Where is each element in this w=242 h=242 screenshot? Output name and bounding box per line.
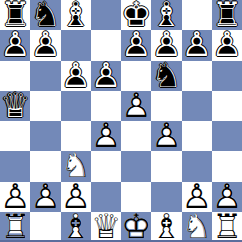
black-pawn: ♟♙ (182, 30, 212, 60)
square-g6[interactable] (182, 61, 212, 91)
white-knight: ♞♘ (61, 151, 91, 181)
square-a5[interactable]: ♛♕ (0, 91, 30, 121)
square-b7[interactable]: ♟♙ (30, 30, 60, 60)
square-e2[interactable] (121, 182, 151, 212)
black-bishop: ♝♗ (151, 0, 181, 30)
white-pawn: ♟♙ (182, 182, 212, 212)
square-c5[interactable] (61, 91, 91, 121)
piece-outline: ♘ (181, 209, 211, 242)
piece-outline: ♙ (91, 118, 121, 152)
square-g1[interactable]: ♞♘ (182, 212, 212, 242)
black-king: ♚♔ (121, 0, 151, 30)
piece-outline: ♙ (60, 179, 90, 213)
piece-outline: ♔ (121, 0, 151, 31)
piece-body: ♟ (151, 27, 181, 61)
white-knight: ♞♘ (182, 212, 212, 242)
piece-body: ♜ (0, 0, 30, 31)
piece-outline: ♙ (181, 27, 211, 61)
square-a7[interactable]: ♟♙ (0, 30, 30, 60)
piece-outline: ♙ (0, 27, 30, 61)
white-pawn: ♟♙ (151, 121, 181, 151)
piece-body: ♟ (60, 179, 90, 213)
white-pawn: ♟♙ (91, 121, 121, 151)
piece-body: ♚ (121, 0, 151, 31)
square-b4[interactable] (30, 121, 60, 151)
piece-outline: ♙ (91, 58, 121, 92)
piece-body: ♝ (60, 0, 90, 31)
black-knight: ♞♘ (30, 0, 60, 30)
piece-outline: ♙ (181, 179, 211, 213)
piece-outline: ♘ (151, 58, 181, 92)
square-h1[interactable]: ♜♖ (212, 212, 242, 242)
square-f6[interactable]: ♞♘ (151, 61, 181, 91)
square-b6[interactable] (30, 61, 60, 91)
square-h4[interactable] (212, 121, 242, 151)
square-d1[interactable]: ♛♕ (91, 212, 121, 242)
square-h2[interactable]: ♟♙ (212, 182, 242, 212)
square-a8[interactable]: ♜♖ (0, 0, 30, 30)
square-g7[interactable]: ♟♙ (182, 30, 212, 60)
square-b3[interactable] (30, 151, 60, 181)
square-f5[interactable] (151, 91, 181, 121)
piece-outline: ♗ (60, 209, 90, 242)
square-d5[interactable] (91, 91, 121, 121)
piece-outline: ♙ (121, 27, 151, 61)
square-g2[interactable]: ♟♙ (182, 182, 212, 212)
black-rook: ♜♖ (0, 0, 30, 30)
black-pawn: ♟♙ (121, 30, 151, 60)
piece-body: ♟ (181, 27, 211, 61)
piece-body: ♝ (60, 209, 90, 242)
square-e7[interactable]: ♟♙ (121, 30, 151, 60)
piece-outline: ♙ (151, 27, 181, 61)
piece-outline: ♙ (30, 179, 60, 213)
white-pawn: ♟♙ (0, 182, 30, 212)
piece-body: ♟ (30, 27, 60, 61)
square-f7[interactable]: ♟♙ (151, 30, 181, 60)
piece-body: ♟ (0, 179, 30, 213)
square-c4[interactable] (61, 121, 91, 151)
piece-outline: ♗ (151, 0, 181, 31)
square-c7[interactable] (61, 30, 91, 60)
square-e3[interactable] (121, 151, 151, 181)
piece-body: ♟ (60, 58, 90, 92)
white-king: ♚♔ (121, 212, 151, 242)
white-pawn: ♟♙ (212, 182, 242, 212)
black-pawn: ♟♙ (61, 61, 91, 91)
square-c3[interactable]: ♞♘ (61, 151, 91, 181)
square-d4[interactable]: ♟♙ (91, 121, 121, 151)
piece-outline: ♙ (0, 179, 30, 213)
square-d7[interactable] (91, 30, 121, 60)
square-g4[interactable] (182, 121, 212, 151)
chess-board: ♜♖♞♘♝♗♚♔♝♗♜♖♟♙♟♙♟♙♟♙♟♙♟♙♟♙♟♙♞♘♛♕♟♙♟♙♟♙♞♘… (0, 0, 242, 242)
square-a6[interactable] (0, 61, 30, 91)
square-g5[interactable] (182, 91, 212, 121)
piece-body: ♜ (0, 209, 30, 242)
square-h3[interactable] (212, 151, 242, 181)
square-c1[interactable]: ♝♗ (61, 212, 91, 242)
piece-body: ♞ (30, 0, 60, 31)
square-a1[interactable]: ♜♖ (0, 212, 30, 242)
white-pawn: ♟♙ (121, 91, 151, 121)
piece-body: ♟ (121, 27, 151, 61)
square-b2[interactable]: ♟♙ (30, 182, 60, 212)
square-f3[interactable] (151, 151, 181, 181)
square-b1[interactable] (30, 212, 60, 242)
piece-body: ♟ (212, 179, 242, 213)
piece-body: ♚ (121, 209, 151, 242)
black-pawn: ♟♙ (91, 61, 121, 91)
piece-body: ♞ (60, 148, 90, 182)
black-knight: ♞♘ (151, 61, 181, 91)
piece-outline: ♙ (212, 179, 242, 213)
square-c2[interactable]: ♟♙ (61, 182, 91, 212)
piece-outline: ♗ (60, 0, 90, 31)
piece-body: ♜ (212, 0, 242, 31)
piece-body: ♟ (121, 88, 151, 122)
square-c6[interactable]: ♟♙ (61, 61, 91, 91)
piece-outline: ♕ (91, 209, 121, 242)
piece-body: ♟ (0, 27, 30, 61)
piece-body: ♝ (151, 209, 181, 242)
piece-outline: ♙ (121, 88, 151, 122)
piece-outline: ♖ (212, 209, 242, 242)
square-h7[interactable]: ♟♙ (212, 30, 242, 60)
black-pawn: ♟♙ (212, 30, 242, 60)
piece-outline: ♕ (0, 88, 30, 122)
piece-body: ♟ (151, 118, 181, 152)
black-queen: ♛♕ (0, 91, 30, 121)
square-h8[interactable]: ♜♖ (212, 0, 242, 30)
piece-body: ♟ (91, 58, 121, 92)
piece-outline: ♘ (60, 148, 90, 182)
square-h6[interactable] (212, 61, 242, 91)
piece-body: ♟ (30, 179, 60, 213)
square-e5[interactable]: ♟♙ (121, 91, 151, 121)
piece-outline: ♘ (30, 0, 60, 31)
piece-outline: ♖ (0, 209, 30, 242)
square-f8[interactable]: ♝♗ (151, 0, 181, 30)
white-bishop: ♝♗ (61, 212, 91, 242)
square-f2[interactable] (151, 182, 181, 212)
piece-outline: ♖ (212, 0, 242, 31)
piece-outline: ♙ (30, 27, 60, 61)
square-d6[interactable]: ♟♙ (91, 61, 121, 91)
piece-outline: ♙ (151, 118, 181, 152)
black-pawn: ♟♙ (0, 30, 30, 60)
square-g8[interactable] (182, 0, 212, 30)
square-e4[interactable] (121, 121, 151, 151)
square-a4[interactable] (0, 121, 30, 151)
square-c8[interactable]: ♝♗ (61, 0, 91, 30)
piece-outline: ♔ (121, 209, 151, 242)
black-bishop: ♝♗ (61, 0, 91, 30)
black-pawn: ♟♙ (151, 30, 181, 60)
square-d2[interactable] (91, 182, 121, 212)
piece-body: ♞ (181, 209, 211, 242)
piece-body: ♝ (151, 0, 181, 31)
square-b5[interactable] (30, 91, 60, 121)
piece-outline: ♙ (212, 27, 242, 61)
black-pawn: ♟♙ (30, 30, 60, 60)
piece-body: ♟ (212, 27, 242, 61)
black-rook: ♜♖ (212, 0, 242, 30)
piece-body: ♟ (91, 118, 121, 152)
white-bishop: ♝♗ (151, 212, 181, 242)
white-pawn: ♟♙ (61, 182, 91, 212)
square-d8[interactable] (91, 0, 121, 30)
piece-body: ♞ (151, 58, 181, 92)
square-e8[interactable]: ♚♔ (121, 0, 151, 30)
piece-outline: ♗ (151, 209, 181, 242)
square-a2[interactable]: ♟♙ (0, 182, 30, 212)
white-pawn: ♟♙ (30, 182, 60, 212)
piece-body: ♛ (91, 209, 121, 242)
piece-body: ♟ (181, 179, 211, 213)
white-rook: ♜♖ (0, 212, 30, 242)
square-f1[interactable]: ♝♗ (151, 212, 181, 242)
square-f4[interactable]: ♟♙ (151, 121, 181, 151)
piece-body: ♛ (0, 88, 30, 122)
piece-outline: ♖ (0, 0, 30, 31)
piece-body: ♜ (212, 209, 242, 242)
square-b8[interactable]: ♞♘ (30, 0, 60, 30)
square-d3[interactable] (91, 151, 121, 181)
square-g3[interactable] (182, 151, 212, 181)
white-queen: ♛♕ (91, 212, 121, 242)
piece-outline: ♙ (60, 58, 90, 92)
square-e1[interactable]: ♚♔ (121, 212, 151, 242)
square-e6[interactable] (121, 61, 151, 91)
square-h5[interactable] (212, 91, 242, 121)
white-rook: ♜♖ (212, 212, 242, 242)
square-a3[interactable] (0, 151, 30, 181)
